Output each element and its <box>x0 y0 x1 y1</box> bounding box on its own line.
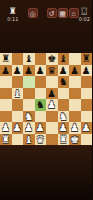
square-a8[interactable]: ♜ <box>0 53 12 65</box>
black-pawn: ♟ <box>1 65 10 76</box>
black-time: 0:02 <box>79 16 90 22</box>
square-c8[interactable]: ♝ <box>23 53 35 65</box>
black-knight: ♞ <box>59 76 68 87</box>
square-f8[interactable]: ♝ <box>58 53 70 65</box>
white-queen: ♛ <box>36 134 45 145</box>
square-e3[interactable] <box>46 111 58 123</box>
black-queen: ♛ <box>47 65 56 76</box>
square-b6[interactable] <box>12 76 24 88</box>
square-h1[interactable] <box>81 134 93 146</box>
home-button[interactable]: ⌂ <box>69 8 79 18</box>
square-b5[interactable]: ♝ <box>12 88 24 100</box>
square-h6[interactable] <box>81 76 93 88</box>
square-g4[interactable] <box>69 99 81 111</box>
square-f6[interactable]: ♞ <box>58 76 70 88</box>
square-b7[interactable]: ♟ <box>12 65 24 77</box>
black-bishop: ♝ <box>24 53 33 64</box>
black-rook-icon: ♜ <box>80 6 88 16</box>
square-e1[interactable] <box>46 134 58 146</box>
chess-app-screen: ♜ 0:11 ◎ ↺ ▦ ⌂ ♜ 0:02 ♜♝♚♝♜♟♟♟♟♛♟♟♟♞♝♟♞♟… <box>0 0 92 200</box>
square-e7[interactable]: ♛ <box>46 65 58 77</box>
white-pawn: ♟ <box>82 122 91 133</box>
square-g3[interactable] <box>69 111 81 123</box>
square-g2[interactable]: ♟ <box>69 122 81 134</box>
square-g5[interactable] <box>69 88 81 100</box>
square-c5[interactable] <box>23 88 35 100</box>
square-e6[interactable] <box>46 76 58 88</box>
undo-icon: ↺ <box>49 10 55 17</box>
square-c6[interactable] <box>23 76 35 88</box>
square-c1[interactable]: ♝ <box>23 134 35 146</box>
white-time: 0:11 <box>7 16 18 22</box>
black-pawn: ♟ <box>70 65 79 76</box>
white-pawn: ♟ <box>47 99 56 110</box>
square-g8[interactable] <box>69 53 81 65</box>
black-knight: ♞ <box>36 99 45 110</box>
square-d7[interactable]: ♟ <box>35 65 47 77</box>
square-b2[interactable]: ♟ <box>12 122 24 134</box>
square-d4[interactable]: ♞ <box>35 99 47 111</box>
square-d8[interactable] <box>35 53 47 65</box>
black-king: ♚ <box>47 53 56 64</box>
white-rook: ♜ <box>59 134 68 145</box>
white-king: ♚ <box>70 134 79 145</box>
white-knight: ♞ <box>24 111 33 122</box>
square-c7[interactable]: ♟ <box>23 65 35 77</box>
square-f3[interactable]: ♞ <box>58 111 70 123</box>
square-f2[interactable]: ♟ <box>58 122 70 134</box>
top-bar: ♜ 0:11 ◎ ↺ ▦ ⌂ ♜ 0:02 <box>0 0 92 53</box>
bottom-panel <box>0 145 92 200</box>
square-h3[interactable] <box>81 111 93 123</box>
black-player-timer: ♜ 0:02 <box>79 6 91 22</box>
square-a6[interactable] <box>0 76 12 88</box>
square-f1[interactable]: ♜ <box>58 134 70 146</box>
white-bishop: ♝ <box>24 134 33 145</box>
grid-icon: ▦ <box>59 10 66 17</box>
white-rook-icon: ♜ <box>9 6 17 16</box>
square-g6[interactable] <box>69 76 81 88</box>
white-player-timer: ♜ 0:11 <box>7 6 19 22</box>
black-bishop: ♝ <box>59 53 68 64</box>
square-a1[interactable]: ♜ <box>0 134 12 146</box>
square-b1[interactable] <box>12 134 24 146</box>
square-h4[interactable] <box>81 99 93 111</box>
chess-board: ♜♝♚♝♜♟♟♟♟♛♟♟♟♞♝♟♞♟♞♞♟♟♟♟♟♟♟♜♝♛♜♚ <box>0 53 92 145</box>
board-button[interactable]: ▦ <box>58 8 68 18</box>
white-knight: ♞ <box>59 111 68 122</box>
white-pawn: ♟ <box>13 122 22 133</box>
white-pawn: ♟ <box>59 122 68 133</box>
square-a4[interactable] <box>0 99 12 111</box>
undo-button[interactable]: ↺ <box>47 8 57 18</box>
white-pawn: ♟ <box>70 122 79 133</box>
black-pawn: ♟ <box>47 88 56 99</box>
square-h2[interactable]: ♟ <box>81 122 93 134</box>
square-g7[interactable]: ♟ <box>69 65 81 77</box>
record-button[interactable]: ◎ <box>28 8 38 18</box>
square-e8[interactable]: ♚ <box>46 53 58 65</box>
square-d2[interactable]: ♟ <box>35 122 47 134</box>
black-pawn: ♟ <box>36 65 45 76</box>
square-b8[interactable] <box>12 53 24 65</box>
square-h5[interactable] <box>81 88 93 100</box>
square-d5[interactable] <box>35 88 47 100</box>
square-a7[interactable]: ♟ <box>0 65 12 77</box>
black-rook: ♜ <box>82 53 91 64</box>
toolbar-button-group: ↺ ▦ ⌂ <box>47 6 79 18</box>
square-d1[interactable]: ♛ <box>35 134 47 146</box>
black-pawn: ♟ <box>24 65 33 76</box>
black-rook: ♜ <box>1 53 10 64</box>
square-d3[interactable] <box>35 111 47 123</box>
square-f5[interactable] <box>58 88 70 100</box>
white-bishop: ♝ <box>13 88 22 99</box>
white-rook: ♜ <box>1 134 10 145</box>
square-a5[interactable] <box>0 88 12 100</box>
square-e4[interactable]: ♟ <box>46 99 58 111</box>
square-b3[interactable] <box>12 111 24 123</box>
black-pawn: ♟ <box>13 65 22 76</box>
square-c4[interactable] <box>23 99 35 111</box>
square-f4[interactable] <box>58 99 70 111</box>
white-pawn: ♟ <box>24 122 33 133</box>
square-h7[interactable]: ♟ <box>81 65 93 77</box>
square-a2[interactable]: ♟ <box>0 122 12 134</box>
square-h8[interactable]: ♜ <box>81 53 93 65</box>
white-pawn: ♟ <box>1 122 10 133</box>
square-a3[interactable] <box>0 111 12 123</box>
black-pawn: ♟ <box>59 65 68 76</box>
square-e2[interactable] <box>46 122 58 134</box>
square-g1[interactable]: ♚ <box>69 134 81 146</box>
black-pawn: ♟ <box>82 65 91 76</box>
record-icon: ◎ <box>29 10 35 17</box>
square-c2[interactable]: ♟ <box>23 122 35 134</box>
square-e5[interactable]: ♟ <box>46 88 58 100</box>
home-icon: ⌂ <box>71 10 75 17</box>
square-d6[interactable] <box>35 76 47 88</box>
white-pawn: ♟ <box>36 122 45 133</box>
square-b4[interactable] <box>12 99 24 111</box>
square-c3[interactable]: ♞ <box>23 111 35 123</box>
square-f7[interactable]: ♟ <box>58 65 70 77</box>
